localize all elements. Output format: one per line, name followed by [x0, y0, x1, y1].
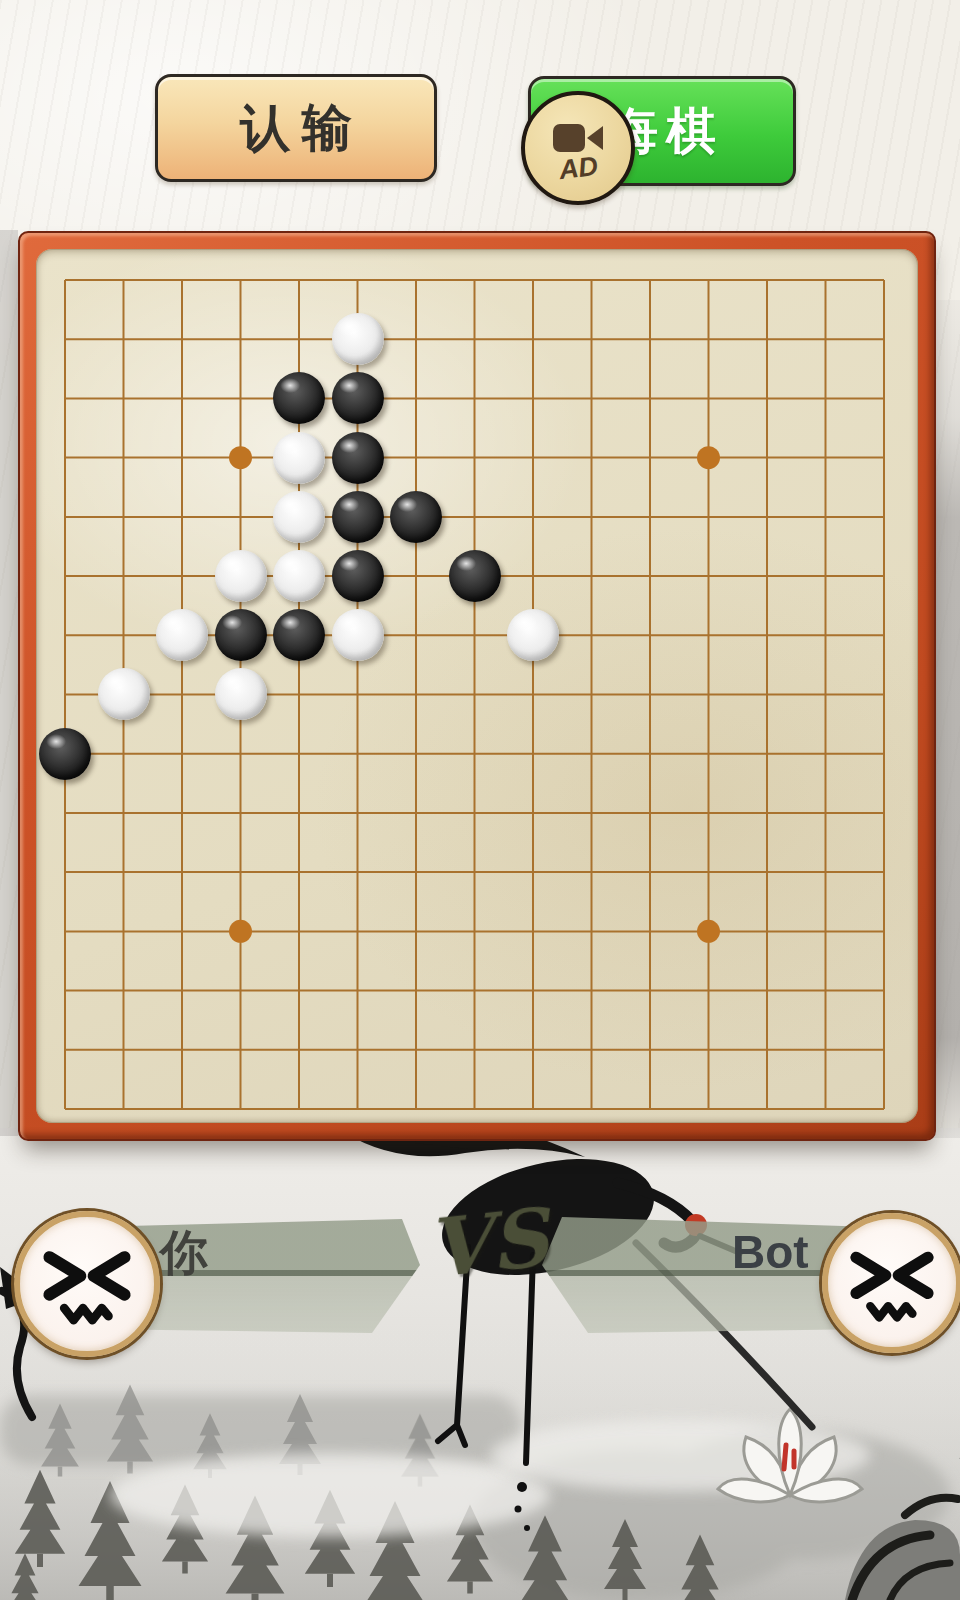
stone-black [39, 728, 91, 780]
stone-black [332, 432, 384, 484]
stone-white [156, 609, 208, 661]
squint-face-emote [20, 1217, 154, 1351]
stone-black [215, 609, 267, 661]
stone-black [273, 609, 325, 661]
stone-black [390, 491, 442, 543]
stone-white [215, 550, 267, 602]
gomoku-board[interactable] [36, 249, 918, 1123]
stone-black [449, 550, 501, 602]
ad-label: AD [557, 153, 599, 185]
board-grid [64, 279, 885, 1110]
video-camera-icon [552, 120, 604, 156]
stone-white [273, 550, 325, 602]
resign-button[interactable]: 认输 [155, 74, 437, 182]
stone-white [507, 609, 559, 661]
stone-black [332, 372, 384, 424]
player-name-left: 你 [160, 1221, 208, 1285]
game-screen: 认输 悔棋 AD [0, 0, 960, 1600]
star-point [697, 920, 720, 943]
stone-white [215, 668, 267, 720]
stone-white [98, 668, 150, 720]
vs-label: VS [423, 1190, 552, 1296]
stone-white [332, 313, 384, 365]
player-avatar-right[interactable] [822, 1213, 960, 1353]
player-name-right: Bot [732, 1225, 809, 1279]
ad-video-badge[interactable]: AD [521, 91, 635, 205]
mist-wisp [110, 1453, 550, 1537]
background-strip-left [0, 230, 18, 1136]
stone-white [332, 609, 384, 661]
stone-white [273, 491, 325, 543]
squint-face-emote [828, 1219, 956, 1347]
player-avatar-left[interactable] [14, 1211, 160, 1357]
star-point [229, 920, 252, 943]
stone-black [332, 491, 384, 543]
stone-white [273, 432, 325, 484]
star-point [697, 446, 720, 469]
grid-lines [65, 280, 884, 1109]
stone-black [332, 550, 384, 602]
star-point [229, 446, 252, 469]
board-frame [18, 231, 936, 1141]
